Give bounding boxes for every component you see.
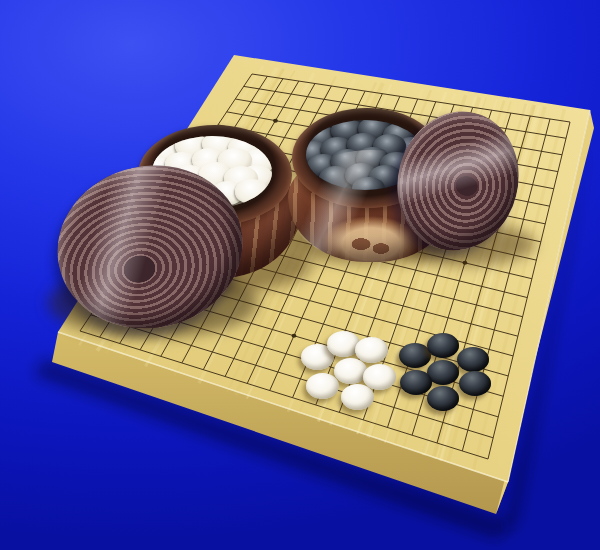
black-stone	[459, 371, 491, 396]
black-stone	[457, 347, 489, 372]
star-point	[273, 119, 278, 123]
go-set-photo	[0, 0, 600, 550]
white-stone	[334, 358, 367, 384]
white-stone	[341, 384, 374, 410]
white-stone	[306, 373, 339, 399]
star-point	[292, 334, 297, 338]
black-stone	[427, 386, 459, 411]
black-stone	[427, 333, 459, 358]
black-stone	[400, 370, 432, 395]
